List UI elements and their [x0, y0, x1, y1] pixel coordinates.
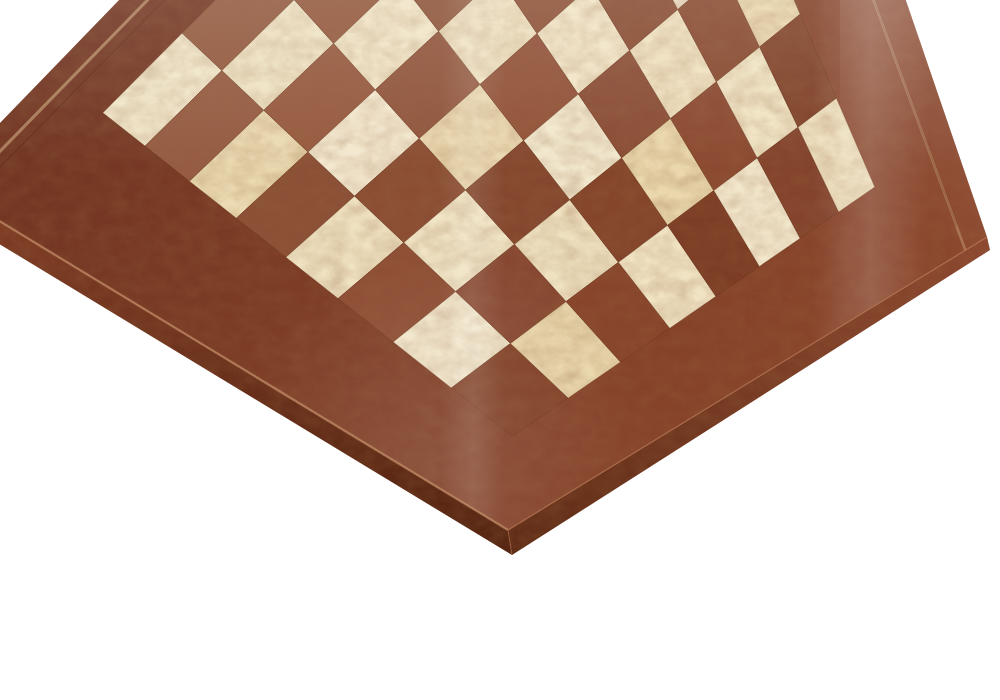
board-photo	[0, 0, 1000, 700]
chessboard-svg	[0, 0, 1000, 700]
gloss-reflections	[0, 0, 1000, 700]
